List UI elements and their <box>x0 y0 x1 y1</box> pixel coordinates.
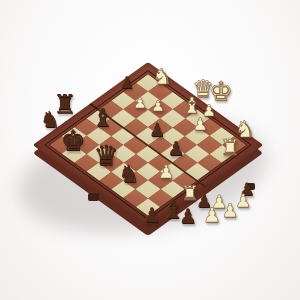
dark-pawn-piece[interactable]: ♟ <box>167 139 184 158</box>
light-pawn-piece[interactable]: ♟ <box>158 163 174 181</box>
dark-knight-piece[interactable]: ♞ <box>118 162 140 186</box>
light-pawn-piece[interactable]: ♟ <box>151 99 164 114</box>
dark-knight-piece[interactable]: ♞ <box>40 109 60 131</box>
captured-dark-pawn-piece[interactable]: ♟ <box>143 205 161 225</box>
dark-bishop-piece[interactable]: ♝ <box>92 105 114 130</box>
dark-pawn-piece[interactable]: ♟ <box>149 121 165 139</box>
pieces-layer: ♟♜♞♝♚♛♞♟♟♞♛♚♝♟♟♟♟♞♜♟♟♝♟♜♟♟♟♟♟♟ <box>0 0 300 300</box>
captured-light-pawn-piece[interactable]: ♟ <box>221 201 238 220</box>
light-knight-piece[interactable]: ♞ <box>152 66 172 88</box>
captured-dark-pawn-piece[interactable]: ♟ <box>179 206 197 226</box>
dark-pawn-piece[interactable]: ♟ <box>120 75 134 91</box>
light-pawn-piece[interactable]: ♟ <box>192 116 207 133</box>
captured-light-pawn-piece[interactable]: ♟ <box>203 205 221 225</box>
light-pawn-piece[interactable]: ♟ <box>133 96 146 111</box>
dark-king-piece[interactable]: ♚ <box>60 127 85 155</box>
dark-queen-piece[interactable]: ♛ <box>93 142 118 170</box>
chess-set-photo: Wooden folding magnetic chess set photog… <box>0 0 300 300</box>
light-rook-piece[interactable]: ♜ <box>220 137 240 159</box>
